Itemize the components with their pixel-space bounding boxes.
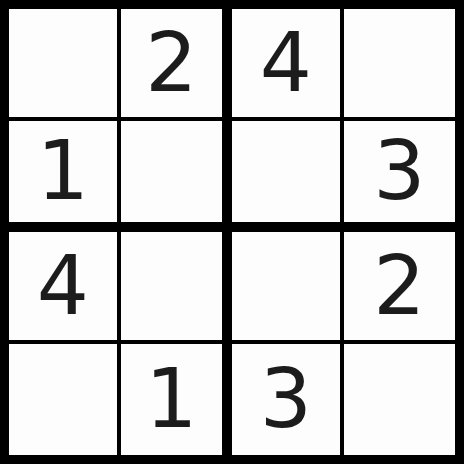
- cell-r3c3[interactable]: [232, 232, 344, 344]
- cell-r4c1[interactable]: [9, 344, 121, 456]
- cell-r4c4[interactable]: [344, 344, 456, 456]
- cell-r3c4[interactable]: 2: [344, 232, 456, 344]
- cell-r1c4[interactable]: [344, 9, 456, 121]
- cell-r2c3[interactable]: [232, 121, 344, 233]
- cell-r3c2[interactable]: [121, 232, 233, 344]
- cell-r1c1[interactable]: [9, 9, 121, 121]
- cell-r2c4[interactable]: 3: [344, 121, 456, 233]
- cell-r3c1[interactable]: 4: [9, 232, 121, 344]
- cell-r2c1[interactable]: 1: [9, 121, 121, 233]
- cell-r4c3[interactable]: 3: [232, 344, 344, 456]
- cell-r1c2[interactable]: 2: [121, 9, 233, 121]
- cell-r4c2[interactable]: 1: [121, 344, 233, 456]
- sudoku-board: 2 4 1 3 4 2 1 3: [0, 0, 464, 464]
- cell-r1c3[interactable]: 4: [232, 9, 344, 121]
- cell-r2c2[interactable]: [121, 121, 233, 233]
